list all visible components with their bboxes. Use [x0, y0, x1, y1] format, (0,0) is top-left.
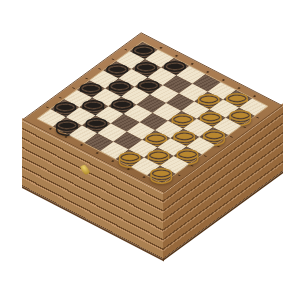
product-photo-scene: ⛂⛂⛂⛂⛂⛂⛂⛂⛂⛂⛂⛂⛂⛂⛂⛂⛂⛂⛂⛂⛂⛂⛂⛂ [0, 0, 300, 300]
brass-clasp-icon [80, 162, 90, 177]
tan-checker[interactable]: ⛂ [151, 164, 171, 184]
square-r8c8[interactable]: ⛂ [146, 165, 175, 183]
